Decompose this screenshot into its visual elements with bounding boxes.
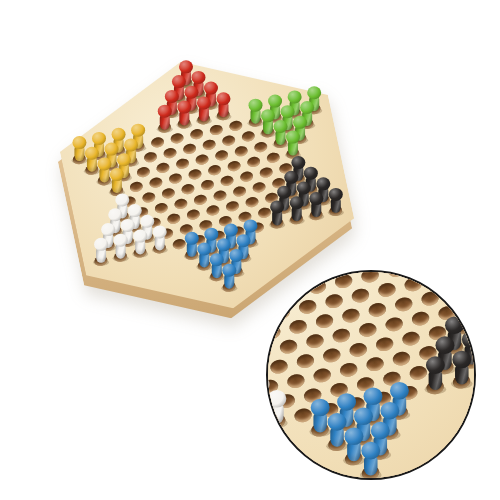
peg-head [236, 234, 250, 247]
peg-head [371, 422, 390, 440]
peg-green[interactable] [457, 270, 476, 277]
peg-body [474, 324, 476, 344]
product-photo [0, 0, 500, 500]
peg-white[interactable] [133, 230, 147, 256]
peg-green[interactable] [430, 270, 449, 283]
peg-head [426, 356, 445, 374]
peg-cast-shadow [412, 270, 434, 271]
peg-green[interactable] [286, 131, 300, 157]
peg-white[interactable] [267, 390, 286, 425]
peg-black[interactable] [270, 200, 284, 226]
board-hole[interactable] [455, 270, 475, 282]
peg-head [124, 138, 138, 151]
peg-cast-shadow [456, 270, 476, 279]
peg-head [114, 234, 128, 247]
zoom-inset [266, 270, 476, 480]
peg-blue[interactable] [361, 442, 380, 477]
board-hole[interactable] [429, 270, 449, 287]
peg-red[interactable] [177, 101, 191, 127]
peg-black[interactable] [471, 311, 476, 346]
peg-black[interactable] [309, 192, 323, 218]
peg-red[interactable] [197, 96, 211, 122]
peg-cast-shadow [429, 276, 451, 285]
peg-head [329, 188, 343, 201]
peg-head [197, 96, 211, 109]
chinese-checkers-board [45, 55, 370, 315]
peg-cast-shadow [470, 339, 476, 348]
peg-head [216, 92, 230, 105]
peg-head [131, 124, 145, 137]
peg-black[interactable] [329, 188, 343, 214]
peg-head [462, 331, 476, 349]
peg-blue[interactable] [222, 264, 236, 290]
board-hole[interactable] [446, 285, 466, 302]
peg-black[interactable] [426, 356, 445, 391]
peg-head [158, 105, 172, 118]
peg-head [229, 249, 243, 262]
peg-head [286, 131, 300, 144]
peg-head [267, 390, 286, 408]
peg-white[interactable] [114, 234, 128, 260]
peg-body [450, 276, 464, 296]
chinese-checkers-board-magnified [266, 270, 476, 480]
peg-head [94, 238, 108, 251]
pegs-layer [266, 270, 476, 480]
peg-head [307, 86, 321, 99]
peg-head [309, 192, 323, 205]
board-hole[interactable] [412, 270, 432, 273]
peg-yellow[interactable] [110, 168, 124, 194]
peg-head [455, 296, 474, 314]
peg-head [293, 116, 307, 129]
peg-head [300, 101, 314, 114]
peg-head [452, 351, 471, 369]
peg-body [460, 270, 474, 276]
peg-head [133, 230, 147, 243]
peg-white[interactable] [153, 225, 167, 251]
zoom-inset-content [266, 270, 476, 480]
peg-head [447, 270, 466, 280]
peg-body [266, 389, 267, 409]
peg-red[interactable] [158, 105, 172, 131]
peg-head [117, 153, 131, 166]
peg-black[interactable] [290, 196, 304, 222]
peg-red[interactable] [216, 92, 230, 118]
peg-cast-shadow [446, 290, 468, 299]
peg-head [361, 442, 380, 460]
peg-white[interactable] [94, 238, 108, 264]
peg-head [243, 219, 257, 232]
peg-head [110, 168, 124, 181]
peg-head [290, 196, 304, 209]
peg-black[interactable] [452, 351, 471, 386]
peg-head [222, 264, 236, 277]
peg-head [390, 382, 409, 400]
peg-head [270, 200, 284, 213]
peg-cast-shadow [266, 418, 288, 427]
peg-head [177, 101, 191, 114]
board-hole[interactable] [266, 398, 269, 415]
board-hole[interactable] [470, 333, 476, 350]
peg-cast-shadow [266, 404, 271, 413]
peg-head [471, 311, 476, 329]
peg-head [380, 402, 399, 420]
peg-green[interactable] [447, 270, 466, 297]
peg-head [153, 225, 167, 238]
peg-body [433, 270, 447, 281]
